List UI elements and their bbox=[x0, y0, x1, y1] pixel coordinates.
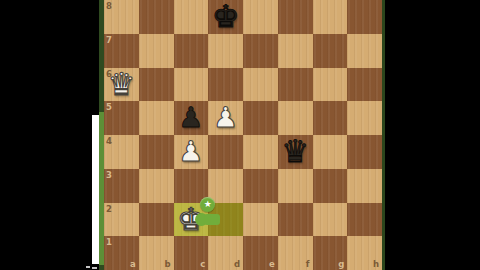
square-d2[interactable] bbox=[208, 203, 243, 237]
square-a4[interactable]: 4 bbox=[104, 135, 139, 169]
file-label-b: b bbox=[164, 260, 170, 269]
square-f4[interactable] bbox=[278, 135, 313, 169]
square-g5[interactable] bbox=[313, 101, 348, 135]
square-h5[interactable] bbox=[347, 101, 382, 135]
square-c1[interactable]: c bbox=[174, 236, 209, 270]
rank-label-1: 1 bbox=[106, 238, 112, 247]
rank-label-3: 3 bbox=[106, 171, 112, 180]
square-e3[interactable] bbox=[243, 169, 278, 203]
square-g1[interactable]: g bbox=[313, 236, 348, 270]
square-b8[interactable] bbox=[139, 0, 174, 34]
square-e8[interactable] bbox=[243, 0, 278, 34]
board-background-edge-right bbox=[382, 0, 385, 270]
square-d8[interactable] bbox=[208, 0, 243, 34]
square-c5[interactable] bbox=[174, 101, 209, 135]
square-g8[interactable] bbox=[313, 0, 348, 34]
square-g2[interactable] bbox=[313, 203, 348, 237]
square-a6[interactable]: 6 bbox=[104, 68, 139, 102]
file-label-f: f bbox=[306, 260, 310, 269]
square-f6[interactable] bbox=[278, 68, 313, 102]
square-h6[interactable] bbox=[347, 68, 382, 102]
chess-board: 87654321abcdefgh bbox=[104, 0, 382, 270]
square-d1[interactable]: d bbox=[208, 236, 243, 270]
rank-label-2: 2 bbox=[106, 205, 112, 214]
file-label-d: d bbox=[234, 260, 240, 269]
square-h8[interactable] bbox=[347, 0, 382, 34]
square-c6[interactable] bbox=[174, 68, 209, 102]
square-a5[interactable]: 5 bbox=[104, 101, 139, 135]
square-b4[interactable] bbox=[139, 135, 174, 169]
square-b7[interactable] bbox=[139, 34, 174, 68]
square-f5[interactable] bbox=[278, 101, 313, 135]
square-h7[interactable] bbox=[347, 34, 382, 68]
file-label-e: e bbox=[269, 260, 275, 269]
square-a2[interactable]: 2 bbox=[104, 203, 139, 237]
square-e2[interactable] bbox=[243, 203, 278, 237]
square-c3[interactable] bbox=[174, 169, 209, 203]
square-a1[interactable]: 1a bbox=[104, 236, 139, 270]
rank-label-6: 6 bbox=[106, 70, 112, 79]
file-label-c: c bbox=[200, 260, 205, 269]
white-side-strip bbox=[92, 115, 99, 264]
watermark-speck bbox=[86, 266, 90, 268]
square-d7[interactable] bbox=[208, 34, 243, 68]
square-e1[interactable]: e bbox=[243, 236, 278, 270]
rank-label-7: 7 bbox=[106, 36, 112, 45]
square-f7[interactable] bbox=[278, 34, 313, 68]
square-a7[interactable]: 7 bbox=[104, 34, 139, 68]
square-b3[interactable] bbox=[139, 169, 174, 203]
square-c7[interactable] bbox=[174, 34, 209, 68]
square-d4[interactable] bbox=[208, 135, 243, 169]
square-e6[interactable] bbox=[243, 68, 278, 102]
square-d6[interactable] bbox=[208, 68, 243, 102]
file-label-a: a bbox=[130, 260, 136, 269]
last-move-highlight-c2 bbox=[174, 203, 209, 237]
square-h1[interactable]: h bbox=[347, 236, 382, 270]
video-frame: 87654321abcdefgh ♚♛♟♟♟♛♚★ bbox=[0, 0, 480, 270]
square-f3[interactable] bbox=[278, 169, 313, 203]
file-label-h: h bbox=[373, 260, 379, 269]
square-b1[interactable]: b bbox=[139, 236, 174, 270]
square-c4[interactable] bbox=[174, 135, 209, 169]
square-f2[interactable] bbox=[278, 203, 313, 237]
square-b5[interactable] bbox=[139, 101, 174, 135]
square-a8[interactable]: 8 bbox=[104, 0, 139, 34]
file-label-g: g bbox=[338, 260, 344, 269]
square-h2[interactable] bbox=[347, 203, 382, 237]
square-b2[interactable] bbox=[139, 203, 174, 237]
square-g6[interactable] bbox=[313, 68, 348, 102]
square-e4[interactable] bbox=[243, 135, 278, 169]
square-g7[interactable] bbox=[313, 34, 348, 68]
rank-label-5: 5 bbox=[106, 103, 112, 112]
square-d5[interactable] bbox=[208, 101, 243, 135]
square-g3[interactable] bbox=[313, 169, 348, 203]
rank-label-4: 4 bbox=[106, 137, 112, 146]
square-e7[interactable] bbox=[243, 34, 278, 68]
square-b6[interactable] bbox=[139, 68, 174, 102]
square-c8[interactable] bbox=[174, 0, 209, 34]
square-f1[interactable]: f bbox=[278, 236, 313, 270]
square-h3[interactable] bbox=[347, 169, 382, 203]
watermark-speck bbox=[92, 267, 97, 269]
square-c2[interactable] bbox=[174, 203, 209, 237]
square-g4[interactable] bbox=[313, 135, 348, 169]
square-d3[interactable] bbox=[208, 169, 243, 203]
square-e5[interactable] bbox=[243, 101, 278, 135]
square-f8[interactable] bbox=[278, 0, 313, 34]
square-a3[interactable]: 3 bbox=[104, 169, 139, 203]
rank-label-8: 8 bbox=[106, 2, 112, 11]
last-move-highlight-d2 bbox=[208, 203, 243, 237]
square-h4[interactable] bbox=[347, 135, 382, 169]
